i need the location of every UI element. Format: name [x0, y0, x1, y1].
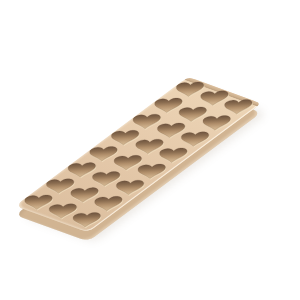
pit-cavity [66, 162, 96, 178]
pit-cavity [23, 195, 53, 211]
pit-cavity [115, 180, 145, 196]
pit-cavity [88, 146, 118, 162]
pit-cavity [47, 203, 77, 219]
pit-cavity [175, 82, 205, 98]
pit-cavity [158, 148, 188, 164]
pit-cavity [69, 187, 99, 203]
pit-cavity [177, 107, 207, 123]
pit-cavity [156, 123, 186, 139]
pit-cavity [112, 155, 142, 171]
pit-cavity [199, 90, 229, 106]
pit-cavity [153, 98, 183, 114]
pit-cavity [136, 164, 166, 180]
pit-cavity [45, 178, 75, 194]
product-photo-stage [0, 0, 300, 300]
pit-cavity [223, 99, 253, 115]
pit-cavity [71, 212, 101, 228]
board-top-face [15, 77, 261, 233]
pit-cavity [134, 139, 164, 155]
pit-cavity [201, 115, 231, 131]
pit-cavity [131, 114, 161, 130]
pit-cavity [180, 131, 210, 147]
pit-cavity [93, 196, 123, 212]
pit-cavity [91, 171, 121, 187]
pit-grid [15, 77, 261, 233]
pit-cavity [110, 130, 140, 146]
